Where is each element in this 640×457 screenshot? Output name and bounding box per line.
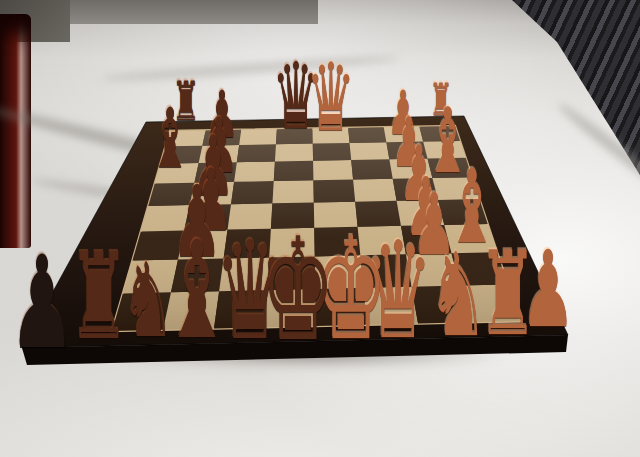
- chess-board: [0, 0, 640, 457]
- photo-scene: ♜♜♛♛♟♟♝♟♝♟♟♟♟♟♝♟♟♟♜♞♞♝♛♛♚♜♚♟: [0, 0, 640, 457]
- board-sheen: [112, 126, 520, 331]
